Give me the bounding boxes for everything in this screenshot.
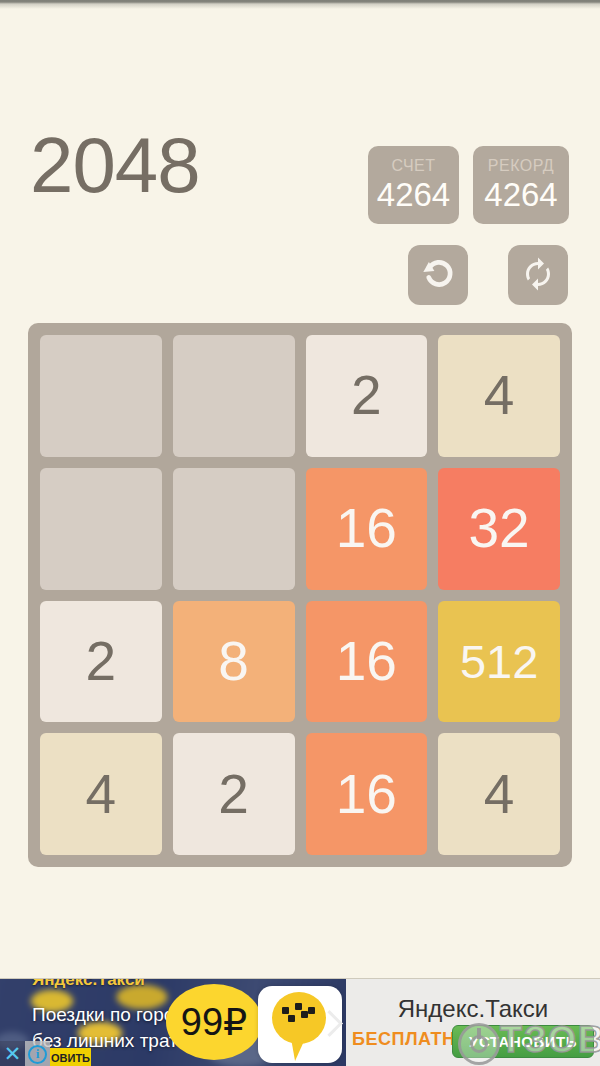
taxi-checker-icon <box>272 992 326 1044</box>
status-bar <box>0 0 600 9</box>
restart-button[interactable] <box>508 245 568 305</box>
ad-app-name: Яндекс.Такси <box>346 995 600 1023</box>
score-box: СЧЕТ 4264 <box>368 146 459 224</box>
page-title: 2048 <box>30 126 200 204</box>
empty-cell <box>40 335 162 457</box>
board[interactable]: 241632281651242164 <box>28 323 572 867</box>
info-icon: i <box>28 1045 47 1064</box>
tile-2: 2 <box>40 601 162 723</box>
ad-close-button[interactable]: ✕ <box>0 1041 25 1066</box>
tile-2: 2 <box>173 733 295 855</box>
undo-button[interactable] <box>408 245 468 305</box>
tile-4: 4 <box>40 733 162 855</box>
score-value: 4264 <box>368 176 459 214</box>
empty-cell <box>40 468 162 590</box>
tile-32: 32 <box>438 468 560 590</box>
tile-16: 16 <box>306 468 428 590</box>
tile-8: 8 <box>173 601 295 723</box>
best-value: 4264 <box>473 176 569 214</box>
price-badge: 99₽ <box>166 984 262 1060</box>
ad-small-install-button[interactable]: ОВИТЬ <box>50 1048 91 1066</box>
best-label: РЕКОРД <box>473 157 569 175</box>
score-label: СЧЕТ <box>368 157 459 175</box>
tile-4: 4 <box>438 733 560 855</box>
ad-banner[interactable]: Яндекс.Такси Поездки по городу без лишни… <box>0 978 600 1066</box>
tile-512: 512 <box>438 601 560 723</box>
yandex-taxi-logo[interactable] <box>258 986 342 1063</box>
tile-4: 4 <box>438 335 560 457</box>
empty-cell <box>173 335 295 457</box>
ad-brand-top: Яндекс.Такси <box>32 978 145 990</box>
tile-16: 16 <box>306 733 428 855</box>
ad-info-button[interactable]: i <box>25 1041 50 1066</box>
empty-cell <box>173 468 295 590</box>
undo-arrow-icon <box>420 256 456 295</box>
install-button[interactable]: УСТАНОВИТЬ <box>452 1025 594 1058</box>
tile-16: 16 <box>306 601 428 723</box>
tile-2: 2 <box>306 335 428 457</box>
restart-sync-icon <box>520 256 556 295</box>
best-score-box: РЕКОРД 4264 <box>473 146 569 224</box>
app-screen: 2048 СЧЕТ 4264 РЕКОРД 4264 2416322816512… <box>0 0 600 1066</box>
